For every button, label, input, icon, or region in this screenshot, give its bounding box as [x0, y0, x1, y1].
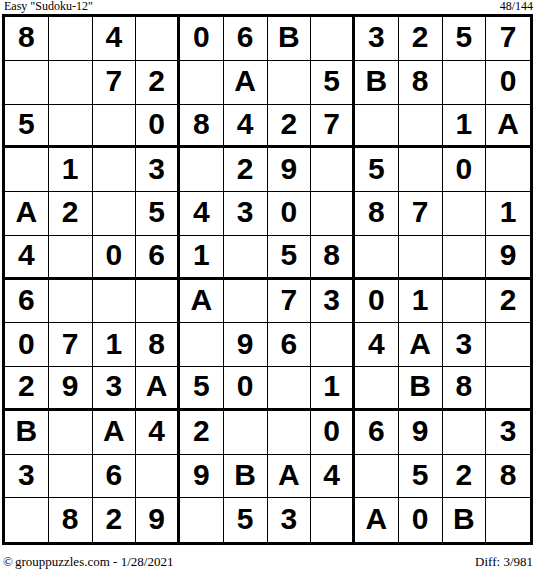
- cell-r9c9[interactable]: [355, 367, 399, 411]
- cell-r8c6[interactable]: 9: [224, 323, 268, 367]
- cell-r5c9[interactable]: 8: [355, 192, 399, 236]
- cell-r3c7[interactable]: 2: [268, 105, 312, 149]
- cell-r7c3[interactable]: [93, 280, 137, 324]
- cell-r11c5[interactable]: 9: [180, 455, 224, 499]
- copyright-icon: ©: [3, 555, 13, 569]
- cell-r5c1[interactable]: A: [5, 192, 49, 236]
- cell-r11c6[interactable]: B: [224, 455, 268, 499]
- cell-r4c9[interactable]: 5: [355, 148, 399, 192]
- cell-r6c3[interactable]: 0: [93, 236, 137, 280]
- cell-r7c6[interactable]: [224, 280, 268, 324]
- cell-r7c9[interactable]: 0: [355, 280, 399, 324]
- cell-r3c12[interactable]: A: [486, 105, 530, 149]
- cell-r3c9[interactable]: [355, 105, 399, 149]
- cell-r4c10[interactable]: [399, 148, 443, 192]
- cell-r10c9[interactable]: 6: [355, 411, 399, 455]
- cell-r1c4[interactable]: [136, 17, 180, 61]
- cell-r8c10[interactable]: A: [399, 323, 443, 367]
- cell-r7c7[interactable]: 7: [268, 280, 312, 324]
- source-date: grouppuzzles.com - 1/28/2021: [15, 555, 174, 569]
- cell-r11c7[interactable]: A: [268, 455, 312, 499]
- cell-r8c8[interactable]: [311, 323, 355, 367]
- cell-r5c11[interactable]: [443, 192, 487, 236]
- cell-r4c4[interactable]: 3: [136, 148, 180, 192]
- cell-r12c10[interactable]: 0: [399, 498, 443, 542]
- cell-r11c8[interactable]: 4: [311, 455, 355, 499]
- cell-r3c10[interactable]: [399, 105, 443, 149]
- cell-r6c9[interactable]: [355, 236, 399, 280]
- cell-r5c10[interactable]: 7: [399, 192, 443, 236]
- cell-r12c6[interactable]: 5: [224, 498, 268, 542]
- cell-r1c11[interactable]: 5: [443, 17, 487, 61]
- cell-r2c8[interactable]: 5: [311, 61, 355, 105]
- cell-r9c10[interactable]: B: [399, 367, 443, 411]
- cell-r11c10[interactable]: 5: [399, 455, 443, 499]
- cell-r2c1[interactable]: [5, 61, 49, 105]
- cell-r6c1[interactable]: 4: [5, 236, 49, 280]
- cell-r11c4[interactable]: [136, 455, 180, 499]
- cell-r12c2[interactable]: 8: [49, 498, 93, 542]
- cell-r3c5[interactable]: 8: [180, 105, 224, 149]
- cell-r2c7[interactable]: [268, 61, 312, 105]
- cell-r6c5[interactable]: 1: [180, 236, 224, 280]
- cell-r5c8[interactable]: [311, 192, 355, 236]
- cell-r6c12[interactable]: 9: [486, 236, 530, 280]
- cell-r3c1[interactable]: 5: [5, 105, 49, 149]
- copyright-text: © grouppuzzles.com - 1/28/2021: [3, 555, 173, 569]
- cell-r12c9[interactable]: A: [355, 498, 399, 542]
- cell-r1c7[interactable]: B: [268, 17, 312, 61]
- cell-r7c2[interactable]: [49, 280, 93, 324]
- cell-r10c7[interactable]: [268, 411, 312, 455]
- cell-r8c3[interactable]: 1: [93, 323, 137, 367]
- cell-r4c2[interactable]: 1: [49, 148, 93, 192]
- cell-r4c1[interactable]: [5, 148, 49, 192]
- cell-r2c6[interactable]: A: [224, 61, 268, 105]
- cell-r1c5[interactable]: 0: [180, 17, 224, 61]
- cell-r8c12[interactable]: [486, 323, 530, 367]
- cell-r9c5[interactable]: 5: [180, 367, 224, 411]
- cell-r2c11[interactable]: [443, 61, 487, 105]
- cell-r4c6[interactable]: 2: [224, 148, 268, 192]
- cell-r7c12[interactable]: 2: [486, 280, 530, 324]
- cell-r4c8[interactable]: [311, 148, 355, 192]
- cell-r4c3[interactable]: [93, 148, 137, 192]
- cell-r3c4[interactable]: 0: [136, 105, 180, 149]
- cell-r7c8[interactable]: 3: [311, 280, 355, 324]
- sudoku-board: 8406B325772A5B805084271A132950A254308714…: [2, 14, 533, 545]
- cell-r10c6[interactable]: [224, 411, 268, 455]
- cell-r9c2[interactable]: 9: [49, 367, 93, 411]
- cell-r2c5[interactable]: [180, 61, 224, 105]
- cell-r2c9[interactable]: B: [355, 61, 399, 105]
- cell-r10c4[interactable]: 4: [136, 411, 180, 455]
- cell-r1c8[interactable]: [311, 17, 355, 61]
- cell-r12c4[interactable]: 9: [136, 498, 180, 542]
- cell-r3c11[interactable]: 1: [443, 105, 487, 149]
- cell-r11c3[interactable]: 6: [93, 455, 137, 499]
- cell-r9c12[interactable]: [486, 367, 530, 411]
- cell-r1c1[interactable]: 8: [5, 17, 49, 61]
- cell-r5c3[interactable]: [93, 192, 137, 236]
- cell-r4c7[interactable]: 9: [268, 148, 312, 192]
- cell-r7c5[interactable]: A: [180, 280, 224, 324]
- cell-r12c11[interactable]: B: [443, 498, 487, 542]
- page: Easy "Sudoku-12" 48/144 8406B325772A5B80…: [0, 0, 535, 569]
- cell-r12c12[interactable]: [486, 498, 530, 542]
- cell-r11c1[interactable]: 3: [5, 455, 49, 499]
- cell-r9c6[interactable]: 0: [224, 367, 268, 411]
- cell-r12c1[interactable]: [5, 498, 49, 542]
- cell-r3c6[interactable]: 4: [224, 105, 268, 149]
- cell-r2c3[interactable]: 7: [93, 61, 137, 105]
- cell-r4c11[interactable]: 0: [443, 148, 487, 192]
- header: Easy "Sudoku-12" 48/144: [0, 0, 535, 14]
- cell-r7c11[interactable]: [443, 280, 487, 324]
- cell-r6c11[interactable]: [443, 236, 487, 280]
- cell-r6c10[interactable]: [399, 236, 443, 280]
- cell-r8c4[interactable]: 8: [136, 323, 180, 367]
- cell-r7c10[interactable]: 1: [399, 280, 443, 324]
- cell-r2c2[interactable]: [49, 61, 93, 105]
- cell-r12c8[interactable]: [311, 498, 355, 542]
- cell-r5c7[interactable]: 0: [268, 192, 312, 236]
- cell-r9c4[interactable]: A: [136, 367, 180, 411]
- cell-r3c8[interactable]: 7: [311, 105, 355, 149]
- cell-r11c2[interactable]: [49, 455, 93, 499]
- cell-r1c6[interactable]: 6: [224, 17, 268, 61]
- cell-r5c5[interactable]: 4: [180, 192, 224, 236]
- cell-r9c8[interactable]: 1: [311, 367, 355, 411]
- cell-r12c7[interactable]: 3: [268, 498, 312, 542]
- cell-r6c8[interactable]: 8: [311, 236, 355, 280]
- cell-r10c8[interactable]: 0: [311, 411, 355, 455]
- cell-r1c3[interactable]: 4: [93, 17, 137, 61]
- cell-r10c12[interactable]: 3: [486, 411, 530, 455]
- cell-r7c1[interactable]: 6: [5, 280, 49, 324]
- cell-r10c3[interactable]: A: [93, 411, 137, 455]
- cell-r11c9[interactable]: [355, 455, 399, 499]
- cell-r5c2[interactable]: 2: [49, 192, 93, 236]
- cell-r10c2[interactable]: [49, 411, 93, 455]
- cell-r10c5[interactable]: 2: [180, 411, 224, 455]
- cell-r8c2[interactable]: 7: [49, 323, 93, 367]
- cell-r2c4[interactable]: 2: [136, 61, 180, 105]
- cell-r9c3[interactable]: 3: [93, 367, 137, 411]
- cell-r8c7[interactable]: 6: [268, 323, 312, 367]
- cell-r12c5[interactable]: [180, 498, 224, 542]
- cell-r6c2[interactable]: [49, 236, 93, 280]
- cell-r10c10[interactable]: 9: [399, 411, 443, 455]
- cell-r8c5[interactable]: [180, 323, 224, 367]
- difficulty-text: Diff: 3/981: [475, 555, 533, 569]
- cell-r8c9[interactable]: 4: [355, 323, 399, 367]
- cell-r6c4[interactable]: 6: [136, 236, 180, 280]
- cell-r9c1[interactable]: 2: [5, 367, 49, 411]
- cell-r6c6[interactable]: [224, 236, 268, 280]
- cell-r8c1[interactable]: 0: [5, 323, 49, 367]
- cell-r1c10[interactable]: 2: [399, 17, 443, 61]
- cell-r2c10[interactable]: 8: [399, 61, 443, 105]
- puzzle-title: Easy "Sudoku-12": [4, 0, 93, 13]
- cell-r6c7[interactable]: 5: [268, 236, 312, 280]
- cell-r12c3[interactable]: 2: [93, 498, 137, 542]
- cell-r11c11[interactable]: 2: [443, 455, 487, 499]
- cell-r5c12[interactable]: 1: [486, 192, 530, 236]
- cell-r10c1[interactable]: B: [5, 411, 49, 455]
- footer: © grouppuzzles.com - 1/28/2021 Diff: 3/9…: [0, 545, 535, 569]
- cell-r3c3[interactable]: [93, 105, 137, 149]
- cell-r9c11[interactable]: 8: [443, 367, 487, 411]
- cell-r7c4[interactable]: [136, 280, 180, 324]
- cell-r10c11[interactable]: [443, 411, 487, 455]
- cell-r4c12[interactable]: [486, 148, 530, 192]
- cell-r2c12[interactable]: 0: [486, 61, 530, 105]
- cell-r4c5[interactable]: [180, 148, 224, 192]
- cell-r8c11[interactable]: 3: [443, 323, 487, 367]
- cell-r9c7[interactable]: [268, 367, 312, 411]
- cell-r1c12[interactable]: 7: [486, 17, 530, 61]
- cell-r1c9[interactable]: 3: [355, 17, 399, 61]
- cell-r3c2[interactable]: [49, 105, 93, 149]
- clue-counter: 48/144: [500, 0, 533, 13]
- cell-r5c4[interactable]: 5: [136, 192, 180, 236]
- cell-r1c2[interactable]: [49, 17, 93, 61]
- cell-r11c12[interactable]: 8: [486, 455, 530, 499]
- cell-r5c6[interactable]: 3: [224, 192, 268, 236]
